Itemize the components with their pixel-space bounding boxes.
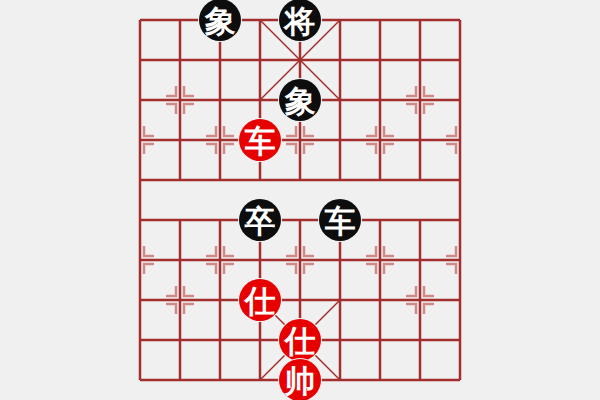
piece-glyph: 仕	[245, 286, 276, 317]
black-elephant[interactable]: 象	[199, 0, 241, 41]
piece-glyph: 仕	[285, 326, 316, 357]
piece-glyph: 车	[325, 206, 356, 237]
red-general[interactable]: 帅	[279, 359, 321, 400]
xiangqi-app: 象将象车卒车仕仕帅	[0, 0, 600, 400]
black-elephant[interactable]: 象	[279, 79, 321, 121]
black-general[interactable]: 将	[279, 0, 321, 41]
black-chariot[interactable]: 车	[319, 199, 361, 241]
red-advisor[interactable]: 仕	[279, 319, 321, 361]
piece-glyph: 帅	[285, 366, 316, 397]
red-advisor[interactable]: 仕	[239, 279, 281, 321]
black-soldier[interactable]: 卒	[239, 199, 281, 241]
piece-glyph: 将	[285, 6, 316, 37]
piece-glyph: 象	[205, 6, 236, 37]
piece-glyph: 象	[285, 86, 316, 117]
piece-grid: 象将象车卒车仕仕帅	[120, 0, 480, 400]
red-chariot[interactable]: 车	[239, 119, 281, 161]
piece-glyph: 卒	[245, 206, 276, 237]
piece-glyph: 车	[245, 126, 276, 157]
